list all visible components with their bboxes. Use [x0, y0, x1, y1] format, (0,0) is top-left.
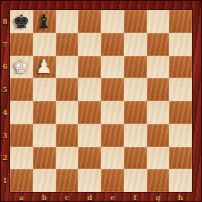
- square-g6[interactable]: [147, 56, 170, 79]
- file-label-g: g: [147, 192, 170, 202]
- square-e1[interactable]: [101, 169, 124, 192]
- square-h1[interactable]: [169, 169, 192, 192]
- rank-labels: 87654321: [0, 10, 10, 192]
- square-e6[interactable]: [101, 56, 124, 79]
- square-h7[interactable]: [169, 33, 192, 56]
- square-h2[interactable]: [169, 147, 192, 170]
- square-d6[interactable]: [78, 56, 101, 79]
- rank-label-2: 2: [0, 147, 10, 170]
- square-c3[interactable]: [56, 124, 79, 147]
- square-a4[interactable]: [10, 101, 33, 124]
- square-f2[interactable]: [124, 147, 147, 170]
- square-b5[interactable]: [33, 78, 56, 101]
- file-label-h: h: [169, 192, 192, 202]
- square-g2[interactable]: [147, 147, 170, 170]
- square-c8[interactable]: [56, 10, 79, 33]
- square-d3[interactable]: [78, 124, 101, 147]
- square-d2[interactable]: [78, 147, 101, 170]
- square-b7[interactable]: [33, 33, 56, 56]
- square-g7[interactable]: [147, 33, 170, 56]
- rank-label-5: 5: [0, 78, 10, 101]
- rank-label-3: 3: [0, 124, 10, 147]
- square-e7[interactable]: [101, 33, 124, 56]
- square-f7[interactable]: [124, 33, 147, 56]
- square-a8[interactable]: ♚: [10, 10, 33, 33]
- square-d4[interactable]: [78, 101, 101, 124]
- square-c4[interactable]: [56, 101, 79, 124]
- square-f4[interactable]: [124, 101, 147, 124]
- square-g3[interactable]: [147, 124, 170, 147]
- square-e5[interactable]: [101, 78, 124, 101]
- square-b1[interactable]: [33, 169, 56, 192]
- square-h4[interactable]: [169, 101, 192, 124]
- black-bishop[interactable]: ♝: [36, 12, 53, 31]
- square-d8[interactable]: [78, 10, 101, 33]
- square-b4[interactable]: [33, 101, 56, 124]
- square-f5[interactable]: [124, 78, 147, 101]
- square-g4[interactable]: [147, 101, 170, 124]
- square-h5[interactable]: [169, 78, 192, 101]
- square-e8[interactable]: [101, 10, 124, 33]
- file-label-b: b: [33, 192, 56, 202]
- square-f6[interactable]: [124, 56, 147, 79]
- file-label-d: d: [78, 192, 101, 202]
- square-d5[interactable]: [78, 78, 101, 101]
- square-a7[interactable]: [10, 33, 33, 56]
- square-g8[interactable]: [147, 10, 170, 33]
- square-b6[interactable]: ♟: [33, 56, 56, 79]
- file-label-c: c: [56, 192, 79, 202]
- file-label-a: a: [10, 192, 33, 202]
- square-g5[interactable]: [147, 78, 170, 101]
- white-king[interactable]: ♚: [13, 57, 30, 76]
- square-a5[interactable]: [10, 78, 33, 101]
- square-c5[interactable]: [56, 78, 79, 101]
- square-h8[interactable]: [169, 10, 192, 33]
- square-f3[interactable]: [124, 124, 147, 147]
- square-a3[interactable]: [10, 124, 33, 147]
- square-c1[interactable]: [56, 169, 79, 192]
- square-c2[interactable]: [56, 147, 79, 170]
- rank-label-7: 7: [0, 33, 10, 56]
- square-b2[interactable]: [33, 147, 56, 170]
- black-king[interactable]: ♚: [13, 12, 30, 31]
- rank-label-4: 4: [0, 101, 10, 124]
- square-e2[interactable]: [101, 147, 124, 170]
- square-h3[interactable]: [169, 124, 192, 147]
- rank-label-8: 8: [0, 10, 10, 33]
- square-h6[interactable]: [169, 56, 192, 79]
- square-f8[interactable]: [124, 10, 147, 33]
- square-e3[interactable]: [101, 124, 124, 147]
- square-c6[interactable]: [56, 56, 79, 79]
- file-labels: abcdefgh: [10, 192, 192, 202]
- square-a2[interactable]: [10, 147, 33, 170]
- square-e4[interactable]: [101, 101, 124, 124]
- rank-label-6: 6: [0, 56, 10, 79]
- white-pawn[interactable]: ♟: [36, 57, 53, 76]
- rank-label-1: 1: [0, 169, 10, 192]
- square-a6[interactable]: ♚: [10, 56, 33, 79]
- file-label-e: e: [101, 192, 124, 202]
- square-d1[interactable]: [78, 169, 101, 192]
- square-c7[interactable]: [56, 33, 79, 56]
- board-frame: 87654321 abcdefgh ♚♝♚♟: [0, 0, 202, 202]
- square-b8[interactable]: ♝: [33, 10, 56, 33]
- square-d7[interactable]: [78, 33, 101, 56]
- square-f1[interactable]: [124, 169, 147, 192]
- square-a1[interactable]: [10, 169, 33, 192]
- file-label-f: f: [124, 192, 147, 202]
- chess-board: ♚♝♚♟: [10, 10, 192, 192]
- square-b3[interactable]: [33, 124, 56, 147]
- square-g1[interactable]: [147, 169, 170, 192]
